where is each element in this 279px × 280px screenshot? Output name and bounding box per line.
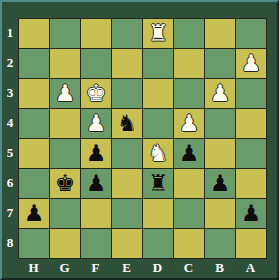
square-g7[interactable] [50, 199, 80, 228]
square-a1[interactable] [236, 19, 266, 48]
square-h2[interactable] [19, 49, 49, 78]
square-d1[interactable]: ♜ [143, 19, 173, 48]
file-label-e: E [111, 259, 142, 277]
file-labels: HGFEDCBA [18, 259, 267, 277]
square-a6[interactable] [236, 169, 266, 198]
square-a5[interactable] [236, 139, 266, 168]
square-g6[interactable]: ♚ [50, 169, 80, 198]
square-h6[interactable] [19, 169, 49, 198]
black-king-g6[interactable]: ♚ [55, 169, 76, 198]
square-a3[interactable] [236, 79, 266, 108]
black-knight-e4[interactable]: ♞ [117, 109, 138, 138]
black-pawn-h7[interactable]: ♟ [24, 199, 45, 228]
white-knight-d5[interactable]: ♞ [148, 139, 169, 168]
square-f7[interactable] [81, 199, 111, 228]
file-label-f: F [80, 259, 111, 277]
file-label-h: H [18, 259, 49, 277]
square-g4[interactable] [50, 109, 80, 138]
square-c7[interactable] [174, 199, 204, 228]
square-f5[interactable]: ♟ [81, 139, 111, 168]
square-d6[interactable]: ♜ [143, 169, 173, 198]
black-pawn-a7[interactable]: ♟ [241, 199, 262, 228]
square-b1[interactable] [205, 19, 235, 48]
square-c2[interactable] [174, 49, 204, 78]
white-pawn-a2[interactable]: ♟ [241, 49, 262, 78]
white-pawn-f4[interactable]: ♟ [86, 109, 107, 138]
square-g5[interactable] [50, 139, 80, 168]
square-c4[interactable]: ♟ [174, 109, 204, 138]
square-h8[interactable] [19, 229, 49, 258]
square-e7[interactable] [112, 199, 142, 228]
black-pawn-c5[interactable]: ♟ [179, 139, 200, 168]
square-h1[interactable] [19, 19, 49, 48]
square-a4[interactable] [236, 109, 266, 138]
square-e5[interactable] [112, 139, 142, 168]
square-e2[interactable] [112, 49, 142, 78]
square-g3[interactable]: ♟ [50, 79, 80, 108]
file-label-d: D [142, 259, 173, 277]
square-f2[interactable] [81, 49, 111, 78]
black-rook-d6[interactable]: ♜ [148, 169, 169, 198]
chess-board: ♜♟♟♚♟♟♞♟♟♞♟♚♟♜♟♟♟ [18, 18, 267, 259]
square-f3[interactable]: ♚ [81, 79, 111, 108]
square-c1[interactable] [174, 19, 204, 48]
white-king-f3[interactable]: ♚ [86, 79, 107, 108]
square-d2[interactable] [143, 49, 173, 78]
white-pawn-g3[interactable]: ♟ [55, 79, 76, 108]
file-label-g: G [49, 259, 80, 277]
square-b3[interactable]: ♟ [205, 79, 235, 108]
square-a2[interactable]: ♟ [236, 49, 266, 78]
square-f8[interactable] [81, 229, 111, 258]
square-d5[interactable]: ♞ [143, 139, 173, 168]
square-f1[interactable] [81, 19, 111, 48]
square-h3[interactable] [19, 79, 49, 108]
square-g2[interactable] [50, 49, 80, 78]
square-a7[interactable]: ♟ [236, 199, 266, 228]
white-rook-d1[interactable]: ♜ [148, 19, 169, 48]
black-pawn-f6[interactable]: ♟ [86, 169, 107, 198]
white-pawn-b3[interactable]: ♟ [210, 79, 231, 108]
square-e1[interactable] [112, 19, 142, 48]
square-f6[interactable]: ♟ [81, 169, 111, 198]
square-c3[interactable] [174, 79, 204, 108]
square-b5[interactable] [205, 139, 235, 168]
square-h7[interactable]: ♟ [19, 199, 49, 228]
rank-label-5: 5 [2, 138, 18, 168]
square-e6[interactable] [112, 169, 142, 198]
square-g1[interactable] [50, 19, 80, 48]
square-c5[interactable]: ♟ [174, 139, 204, 168]
square-e8[interactable] [112, 229, 142, 258]
square-e4[interactable]: ♞ [112, 109, 142, 138]
rank-label-4: 4 [2, 108, 18, 138]
square-d3[interactable] [143, 79, 173, 108]
rank-label-6: 6 [2, 168, 18, 198]
square-h5[interactable] [19, 139, 49, 168]
square-b6[interactable]: ♟ [205, 169, 235, 198]
square-b2[interactable] [205, 49, 235, 78]
square-b7[interactable] [205, 199, 235, 228]
rank-label-2: 2 [2, 48, 18, 78]
rank-label-3: 3 [2, 78, 18, 108]
rank-label-1: 1 [2, 18, 18, 48]
square-g8[interactable] [50, 229, 80, 258]
square-c6[interactable] [174, 169, 204, 198]
square-b4[interactable] [205, 109, 235, 138]
white-pawn-c4[interactable]: ♟ [179, 109, 200, 138]
black-pawn-f5[interactable]: ♟ [86, 139, 107, 168]
file-label-c: C [173, 259, 204, 277]
square-b8[interactable] [205, 229, 235, 258]
rank-label-7: 7 [2, 198, 18, 228]
square-a8[interactable] [236, 229, 266, 258]
square-d8[interactable] [143, 229, 173, 258]
rank-label-8: 8 [2, 228, 18, 258]
square-h4[interactable] [19, 109, 49, 138]
square-d4[interactable] [143, 109, 173, 138]
chess-board-window: 12345678 ♜♟♟♚♟♟♞♟♟♞♟♚♟♜♟♟♟ HGFEDCBA [0, 0, 279, 280]
file-label-a: A [235, 259, 266, 277]
square-e3[interactable] [112, 79, 142, 108]
square-c8[interactable] [174, 229, 204, 258]
square-f4[interactable]: ♟ [81, 109, 111, 138]
rank-labels: 12345678 [2, 18, 18, 259]
square-d7[interactable] [143, 199, 173, 228]
file-label-b: B [204, 259, 235, 277]
black-pawn-b6[interactable]: ♟ [210, 169, 231, 198]
